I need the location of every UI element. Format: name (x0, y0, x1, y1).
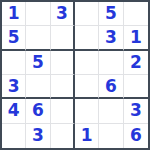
cell-r3c6[interactable]: 2 (124, 51, 148, 75)
cell-r5c1[interactable]: 4 (2, 99, 26, 123)
cell-r5c6[interactable]: 3 (124, 99, 148, 123)
cell-r3c1[interactable] (2, 51, 26, 75)
cell-r4c1[interactable]: 3 (2, 75, 26, 99)
cell-r4c2[interactable] (26, 75, 50, 99)
cell-r5c5[interactable] (99, 99, 123, 123)
cell-r2c1[interactable]: 5 (2, 26, 26, 50)
cell-r3c4[interactable] (75, 51, 99, 75)
cell-r6c3[interactable] (51, 124, 75, 148)
cell-r1c1[interactable]: 1 (2, 2, 26, 26)
cell-r5c3[interactable] (51, 99, 75, 123)
cell-r6c6[interactable]: 6 (124, 124, 148, 148)
cell-r2c3[interactable] (51, 26, 75, 50)
cell-r4c5[interactable]: 6 (99, 75, 123, 99)
cell-r1c6[interactable] (124, 2, 148, 26)
cell-r3c3[interactable] (51, 51, 75, 75)
cell-r1c5[interactable]: 5 (99, 2, 123, 26)
cell-r4c6[interactable] (124, 75, 148, 99)
cell-r4c3[interactable] (51, 75, 75, 99)
cell-r2c4[interactable] (75, 26, 99, 50)
cell-r5c2[interactable]: 6 (26, 99, 50, 123)
sudoku-board: 1355315236463316 (0, 0, 150, 150)
cell-r3c2[interactable]: 5 (26, 51, 50, 75)
cell-r6c5[interactable] (99, 124, 123, 148)
cell-r2c5[interactable]: 3 (99, 26, 123, 50)
cell-r1c4[interactable] (75, 2, 99, 26)
cell-r6c1[interactable] (2, 124, 26, 148)
cell-r6c4[interactable]: 1 (75, 124, 99, 148)
cell-r5c4[interactable] (75, 99, 99, 123)
cell-r4c4[interactable] (75, 75, 99, 99)
cell-r1c2[interactable] (26, 2, 50, 26)
cell-r2c2[interactable] (26, 26, 50, 50)
cell-r3c5[interactable] (99, 51, 123, 75)
cell-r6c2[interactable]: 3 (26, 124, 50, 148)
cell-r2c6[interactable]: 1 (124, 26, 148, 50)
cell-r1c3[interactable]: 3 (51, 2, 75, 26)
